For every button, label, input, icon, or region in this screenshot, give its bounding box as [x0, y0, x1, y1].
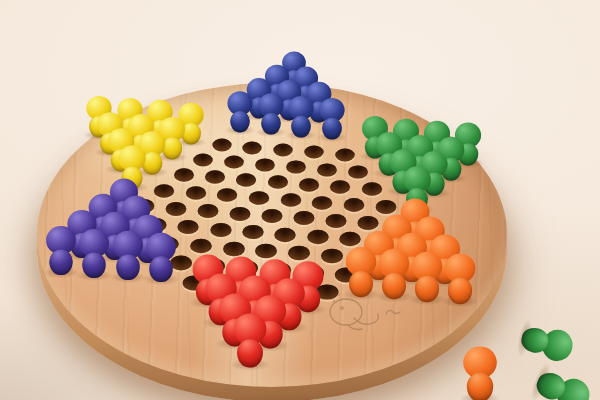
spare-peg-orange-standing[interactable] — [462, 346, 498, 400]
spare-peg-green-lying[interactable] — [531, 364, 595, 400]
peg-body-orange — [467, 373, 493, 400]
spare-pegs-area — [0, 0, 600, 400]
scene — [0, 0, 600, 400]
spare-peg-green-lying[interactable] — [518, 321, 576, 365]
